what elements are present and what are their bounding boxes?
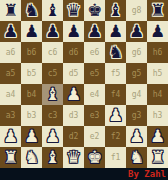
square-a7[interactable]: ♟ [0, 21, 21, 42]
square-label-a6: a6 [6, 42, 16, 63]
white-pawn-piece: ♟ [108, 105, 123, 126]
square-a1[interactable]: ♜ [0, 147, 21, 168]
square-c1[interactable]: ♝ [42, 147, 63, 168]
square-label-e4: e4 [90, 84, 100, 105]
credit-text: By Zahl [128, 168, 166, 180]
square-h2[interactable]: ♟ [147, 126, 168, 147]
square-a5[interactable]: a5 [0, 63, 21, 84]
black-pawn-piece: ♟ [129, 21, 144, 42]
white-rook-piece: ♜ [3, 147, 18, 168]
square-label-e3: e3 [90, 105, 100, 126]
square-c2[interactable]: ♟ [42, 126, 63, 147]
square-e4[interactable]: e4 [84, 84, 105, 105]
square-label-e5: e5 [90, 63, 100, 84]
square-label-f4: f4 [111, 84, 121, 105]
square-c8[interactable]: ♝ [42, 0, 63, 21]
square-f5[interactable]: f5 [105, 63, 126, 84]
square-label-f2: f2 [111, 126, 121, 147]
square-e2[interactable]: e2 [84, 126, 105, 147]
square-g7[interactable]: ♟ [126, 21, 147, 42]
square-h7[interactable]: ♟ [147, 21, 168, 42]
white-pawn-piece: ♟ [150, 126, 165, 147]
footer-bar: By Zahl [0, 168, 168, 180]
square-d7[interactable]: ♟ [63, 21, 84, 42]
square-c6[interactable]: c6 [42, 42, 63, 63]
square-g8[interactable]: g8 [126, 0, 147, 21]
square-b5[interactable]: b5 [21, 63, 42, 84]
square-g2[interactable]: ♟ [126, 126, 147, 147]
square-g3[interactable]: g3 [126, 105, 147, 126]
square-label-c5: c5 [48, 63, 58, 84]
square-c3[interactable]: c3 [42, 105, 63, 126]
square-d6[interactable]: d6 [63, 42, 84, 63]
square-f1[interactable]: f1 [105, 147, 126, 168]
black-pawn-piece: ♟ [150, 21, 165, 42]
square-b6[interactable]: b6 [21, 42, 42, 63]
square-e6[interactable]: e6 [84, 42, 105, 63]
black-queen-piece: ♛ [66, 0, 81, 21]
square-b1[interactable]: ♞ [21, 147, 42, 168]
square-f4[interactable]: f4 [105, 84, 126, 105]
square-d3[interactable]: d3 [63, 105, 84, 126]
square-f6[interactable]: ♞ [105, 42, 126, 63]
square-label-c6: c6 [48, 42, 58, 63]
white-knight-piece: ♞ [24, 147, 39, 168]
black-pawn-piece: ♟ [87, 21, 102, 42]
black-pawn-piece: ♟ [66, 21, 81, 42]
black-pawn-piece: ♟ [108, 21, 123, 42]
square-label-d6: d6 [69, 42, 79, 63]
square-label-d5: d5 [69, 63, 79, 84]
square-f3[interactable]: ♟ [105, 105, 126, 126]
white-pawn-piece: ♟ [3, 126, 18, 147]
square-label-h3: h3 [153, 105, 163, 126]
square-label-b3: b3 [27, 105, 37, 126]
white-pawn-piece: ♟ [129, 126, 144, 147]
square-c7[interactable]: ♟ [42, 21, 63, 42]
black-bishop-piece: ♝ [45, 0, 60, 21]
square-f7[interactable]: ♟ [105, 21, 126, 42]
square-c5[interactable]: c5 [42, 63, 63, 84]
square-e3[interactable]: e3 [84, 105, 105, 126]
black-king-piece: ♚ [87, 0, 102, 21]
square-b4[interactable]: b4 [21, 84, 42, 105]
square-e8[interactable]: ♚ [84, 0, 105, 21]
square-b8[interactable]: ♞ [21, 0, 42, 21]
white-rook-piece: ♜ [150, 147, 165, 168]
square-label-e6: e6 [90, 42, 100, 63]
square-c4[interactable]: ♝ [42, 84, 63, 105]
square-label-e2: e2 [90, 126, 100, 147]
square-d8[interactable]: ♛ [63, 0, 84, 21]
square-f2[interactable]: f2 [105, 126, 126, 147]
white-pawn-piece: ♟ [66, 84, 81, 105]
white-pawn-piece: ♟ [45, 126, 60, 147]
black-pawn-piece: ♟ [45, 21, 60, 42]
square-e7[interactable]: ♟ [84, 21, 105, 42]
square-e1[interactable]: ♚ [84, 147, 105, 168]
white-king-piece: ♚ [87, 147, 102, 168]
square-label-f1: f1 [111, 147, 121, 168]
square-label-h5: h5 [153, 63, 163, 84]
square-label-d3: d3 [69, 105, 79, 126]
square-label-g4: g4 [132, 84, 142, 105]
square-label-f5: f5 [111, 63, 121, 84]
square-h5[interactable]: h5 [147, 63, 168, 84]
square-label-g8: g8 [132, 0, 142, 21]
square-g6[interactable]: g6 [126, 42, 147, 63]
black-rook-piece: ♜ [150, 0, 165, 21]
square-label-a5: a5 [6, 63, 16, 84]
black-bishop-piece: ♝ [108, 0, 123, 21]
square-d5[interactable]: d5 [63, 63, 84, 84]
square-a8[interactable]: ♜ [0, 0, 21, 21]
white-pawn-piece: ♟ [24, 126, 39, 147]
square-label-d2: d2 [69, 126, 79, 147]
black-rook-piece: ♜ [3, 0, 18, 21]
square-h4[interactable]: h4 [147, 84, 168, 105]
black-knight-piece: ♞ [108, 42, 123, 63]
square-b3[interactable]: b3 [21, 105, 42, 126]
square-d1[interactable]: ♛ [63, 147, 84, 168]
square-label-b5: b5 [27, 63, 37, 84]
square-a2[interactable]: ♟ [0, 126, 21, 147]
square-g5[interactable]: g5 [126, 63, 147, 84]
white-bishop-piece: ♝ [45, 147, 60, 168]
square-label-g6: g6 [132, 42, 142, 63]
white-bishop-piece: ♝ [45, 84, 60, 105]
square-h1[interactable]: ♜ [147, 147, 168, 168]
chess-board: ♜♞♝♛♚♝g8♜♟♟♟♟♟♟♟♟a6b6c6d6e6♞g6h6a5b5c5d5… [0, 0, 168, 168]
square-b7[interactable]: ♟ [21, 21, 42, 42]
square-label-g3: g3 [132, 105, 142, 126]
square-label-h4: h4 [153, 84, 163, 105]
square-d4[interactable]: ♟ [63, 84, 84, 105]
square-label-h6: h6 [153, 42, 163, 63]
square-f8[interactable]: ♝ [105, 0, 126, 21]
square-label-g5: g5 [132, 63, 142, 84]
square-label-b4: b4 [27, 84, 37, 105]
square-label-a4: a4 [6, 84, 16, 105]
black-pawn-piece: ♟ [24, 21, 39, 42]
square-e5[interactable]: e5 [84, 63, 105, 84]
black-knight-piece: ♞ [24, 0, 39, 21]
chess-diagram: ♜♞♝♛♚♝g8♜♟♟♟♟♟♟♟♟a6b6c6d6e6♞g6h6a5b5c5d5… [0, 0, 168, 180]
square-label-b6: b6 [27, 42, 37, 63]
square-a4[interactable]: a4 [0, 84, 21, 105]
square-g4[interactable]: g4 [126, 84, 147, 105]
square-a3[interactable]: a3 [0, 105, 21, 126]
square-h6[interactable]: h6 [147, 42, 168, 63]
square-d2[interactable]: d2 [63, 126, 84, 147]
square-h8[interactable]: ♜ [147, 0, 168, 21]
square-a6[interactable]: a6 [0, 42, 21, 63]
square-label-a3: a3 [6, 105, 16, 126]
black-pawn-piece: ♟ [3, 21, 18, 42]
square-h3[interactable]: h3 [147, 105, 168, 126]
square-b2[interactable]: ♟ [21, 126, 42, 147]
white-knight-piece: ♞ [129, 147, 144, 168]
white-queen-piece: ♛ [66, 147, 81, 168]
square-label-c3: c3 [48, 105, 58, 126]
square-g1[interactable]: ♞ [126, 147, 147, 168]
